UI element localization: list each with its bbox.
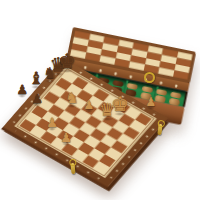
piece-light-knight: ♞ [65, 91, 80, 106]
piece-dark-king: ♚ [57, 51, 77, 71]
brass-clasp-right [157, 124, 162, 135]
brass-ring-latch [144, 72, 155, 83]
piece-light-pawn: ♟ [83, 99, 95, 111]
piece-dark-pawn: ♟ [31, 92, 44, 105]
piece-light-pawn: ♟ [145, 96, 157, 108]
brass-clasp-bottom [70, 163, 75, 174]
piece-light-king: ♚ [110, 94, 130, 114]
chess-set-photo: ♟♝♟♞♛♚♞♟♛♚♟♟♟ [0, 0, 200, 200]
piece-light-pawn: ♟ [46, 116, 59, 129]
piece-light-pawn: ♟ [60, 131, 73, 144]
